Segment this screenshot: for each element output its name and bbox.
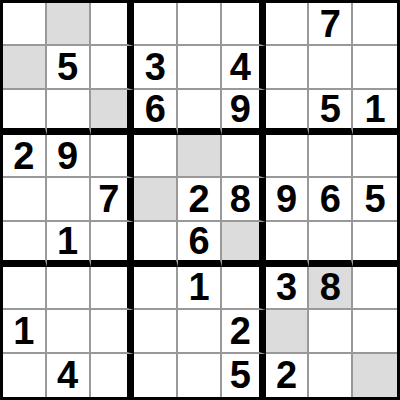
cell-r4c8[interactable]	[309, 135, 353, 178]
cell-r8c2[interactable]	[47, 310, 91, 353]
given-digit: 7	[98, 180, 119, 218]
cell-r6c2[interactable]: 1	[47, 222, 91, 267]
given-digit: 9	[230, 90, 251, 128]
given-digit: 9	[57, 137, 78, 175]
cell-r7c5[interactable]: 1	[178, 267, 222, 310]
cell-r1c1[interactable]	[3, 3, 47, 46]
cell-r7c6[interactable]	[222, 267, 266, 310]
given-digit: 5	[365, 180, 386, 218]
cell-r4c5[interactable]	[178, 135, 222, 178]
given-digit: 6	[145, 90, 166, 128]
given-digit: 1	[57, 222, 78, 260]
cell-r8c3[interactable]	[91, 310, 135, 353]
cell-r3c7[interactable]	[266, 90, 310, 135]
given-digit: 5	[230, 356, 251, 394]
cell-r8c4[interactable]	[134, 310, 178, 353]
cell-r6c8[interactable]	[309, 222, 353, 267]
cell-r5c5[interactable]: 2	[178, 178, 222, 221]
cell-r2c8[interactable]	[309, 46, 353, 89]
cell-r9c2[interactable]: 4	[47, 354, 91, 397]
cell-r5c4[interactable]	[134, 178, 178, 221]
cell-r8c9[interactable]	[353, 310, 397, 353]
cell-r6c9[interactable]	[353, 222, 397, 267]
cell-r4c3[interactable]	[91, 135, 135, 178]
cell-r8c7[interactable]	[266, 310, 310, 353]
cell-r3c3[interactable]	[91, 90, 135, 135]
cell-r8c8[interactable]	[309, 310, 353, 353]
cell-r8c5[interactable]	[178, 310, 222, 353]
cell-r3c1[interactable]	[3, 90, 47, 135]
cell-r6c4[interactable]	[134, 222, 178, 267]
cell-r1c9[interactable]	[353, 3, 397, 46]
cell-r2c9[interactable]	[353, 46, 397, 89]
cell-r3c4[interactable]: 6	[134, 90, 178, 135]
cell-r4c2[interactable]: 9	[47, 135, 91, 178]
given-digit: 9	[276, 180, 297, 218]
cell-r2c2[interactable]: 5	[47, 46, 91, 89]
cell-r6c5[interactable]: 6	[178, 222, 222, 267]
given-digit: 2	[230, 312, 251, 350]
cell-r5c8[interactable]: 6	[309, 178, 353, 221]
cell-r5c9[interactable]: 5	[353, 178, 397, 221]
given-digit: 6	[188, 222, 209, 260]
cell-r2c3[interactable]	[91, 46, 135, 89]
cell-r5c7[interactable]: 9	[266, 178, 310, 221]
cell-r7c2[interactable]	[47, 267, 91, 310]
given-digit: 1	[13, 312, 34, 350]
given-digit: 8	[230, 180, 251, 218]
given-digit: 2	[188, 180, 209, 218]
cell-r2c4[interactable]: 3	[134, 46, 178, 89]
cell-r4c4[interactable]	[134, 135, 178, 178]
cell-r5c3[interactable]: 7	[91, 178, 135, 221]
given-digit: 7	[320, 5, 341, 43]
given-digit: 2	[276, 356, 297, 394]
given-digit: 2	[13, 137, 34, 175]
cell-r6c3[interactable]	[91, 222, 135, 267]
cell-r8c1[interactable]: 1	[3, 310, 47, 353]
cell-r4c6[interactable]	[222, 135, 266, 178]
cell-r7c8[interactable]: 8	[309, 267, 353, 310]
cell-r7c9[interactable]	[353, 267, 397, 310]
cell-r7c7[interactable]: 3	[266, 267, 310, 310]
cell-r9c6[interactable]: 5	[222, 354, 266, 397]
cell-r2c6[interactable]: 4	[222, 46, 266, 89]
cell-r2c5[interactable]	[178, 46, 222, 89]
given-digit: 5	[320, 90, 341, 128]
cell-r9c3[interactable]	[91, 354, 135, 397]
cell-r3c6[interactable]: 9	[222, 90, 266, 135]
cell-r4c9[interactable]	[353, 135, 397, 178]
cell-r9c8[interactable]	[309, 354, 353, 397]
given-digit: 4	[57, 356, 78, 394]
cell-r4c1[interactable]: 2	[3, 135, 47, 178]
cell-r6c6[interactable]	[222, 222, 266, 267]
cell-r1c4[interactable]	[134, 3, 178, 46]
given-digit: 4	[230, 48, 251, 86]
cell-r4c7[interactable]	[266, 135, 310, 178]
given-digit: 8	[320, 268, 341, 306]
sudoku-board: 75346951297289651613812452	[0, 0, 400, 400]
cell-r6c1[interactable]	[3, 222, 47, 267]
given-digit: 6	[320, 180, 341, 218]
given-digit: 1	[188, 268, 209, 306]
cell-r1c7[interactable]	[266, 3, 310, 46]
cell-r9c9[interactable]	[353, 354, 397, 397]
cell-r9c5[interactable]	[178, 354, 222, 397]
cell-r8c6[interactable]: 2	[222, 310, 266, 353]
cell-r5c1[interactable]	[3, 178, 47, 221]
given-digit: 5	[57, 48, 78, 86]
cell-r9c1[interactable]	[3, 354, 47, 397]
cell-r1c2[interactable]	[47, 3, 91, 46]
cell-r1c6[interactable]	[222, 3, 266, 46]
cell-r6c7[interactable]	[266, 222, 310, 267]
cell-r3c5[interactable]	[178, 90, 222, 135]
cell-r5c6[interactable]: 8	[222, 178, 266, 221]
cell-r1c5[interactable]	[178, 3, 222, 46]
given-digit: 3	[145, 48, 166, 86]
cell-r7c1[interactable]	[3, 267, 47, 310]
cell-r2c7[interactable]	[266, 46, 310, 89]
cell-r1c3[interactable]	[91, 3, 135, 46]
cell-r9c4[interactable]	[134, 354, 178, 397]
cell-r3c9[interactable]: 1	[353, 90, 397, 135]
given-digit: 1	[365, 90, 386, 128]
cell-r5c2[interactable]	[47, 178, 91, 221]
cell-r3c2[interactable]	[47, 90, 91, 135]
cell-r7c4[interactable]	[134, 267, 178, 310]
cell-r9c7[interactable]: 2	[266, 354, 310, 397]
given-digit: 3	[276, 268, 297, 306]
cell-r1c8[interactable]: 7	[309, 3, 353, 46]
cell-r7c3[interactable]	[91, 267, 135, 310]
cell-r3c8[interactable]: 5	[309, 90, 353, 135]
cell-r2c1[interactable]	[3, 46, 47, 89]
